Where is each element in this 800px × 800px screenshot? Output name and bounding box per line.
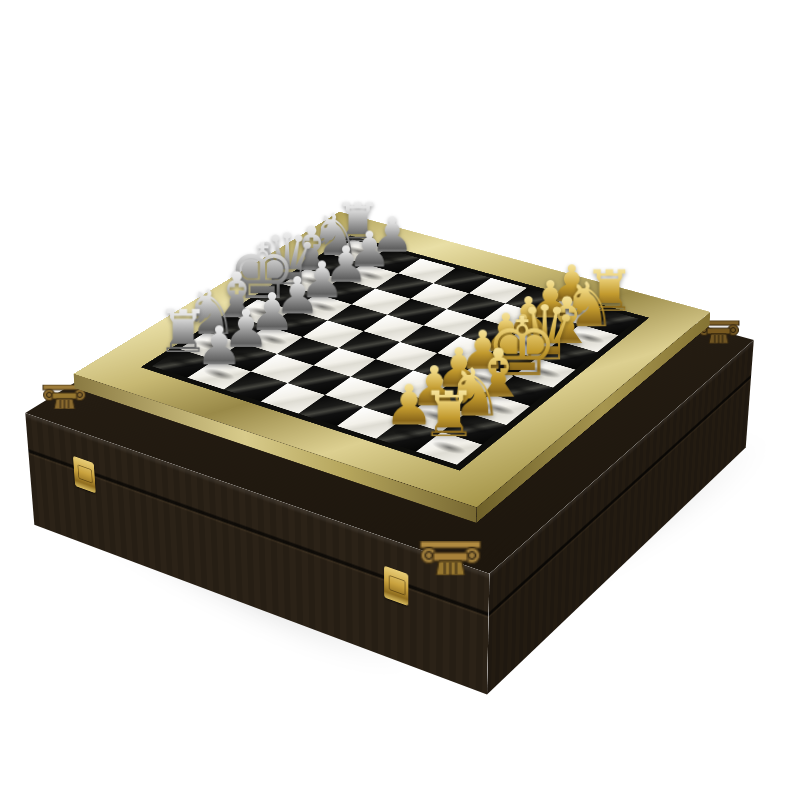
brass-clasp-front: [384, 566, 408, 606]
silver-pawn-glyph: ♟: [178, 317, 260, 374]
silver-pawn: ♟: [178, 317, 260, 374]
gold-rook: ♜: [406, 381, 493, 448]
product-photo-chess-set: { "game": "chess", "scene": { "descripti…: [0, 0, 800, 800]
ionic-column-foot-near: [419, 541, 482, 575]
brass-clasp-left: [73, 456, 96, 494]
gold-rook-glyph: ♜: [406, 381, 493, 448]
perspective-camera: ♜♟♟♜♞♟♟♞♝♟♟♝♛♟♟♛♚♟♟♚♝♟♟♝♞♟♟♞♜♟♟♜: [0, 0, 800, 800]
